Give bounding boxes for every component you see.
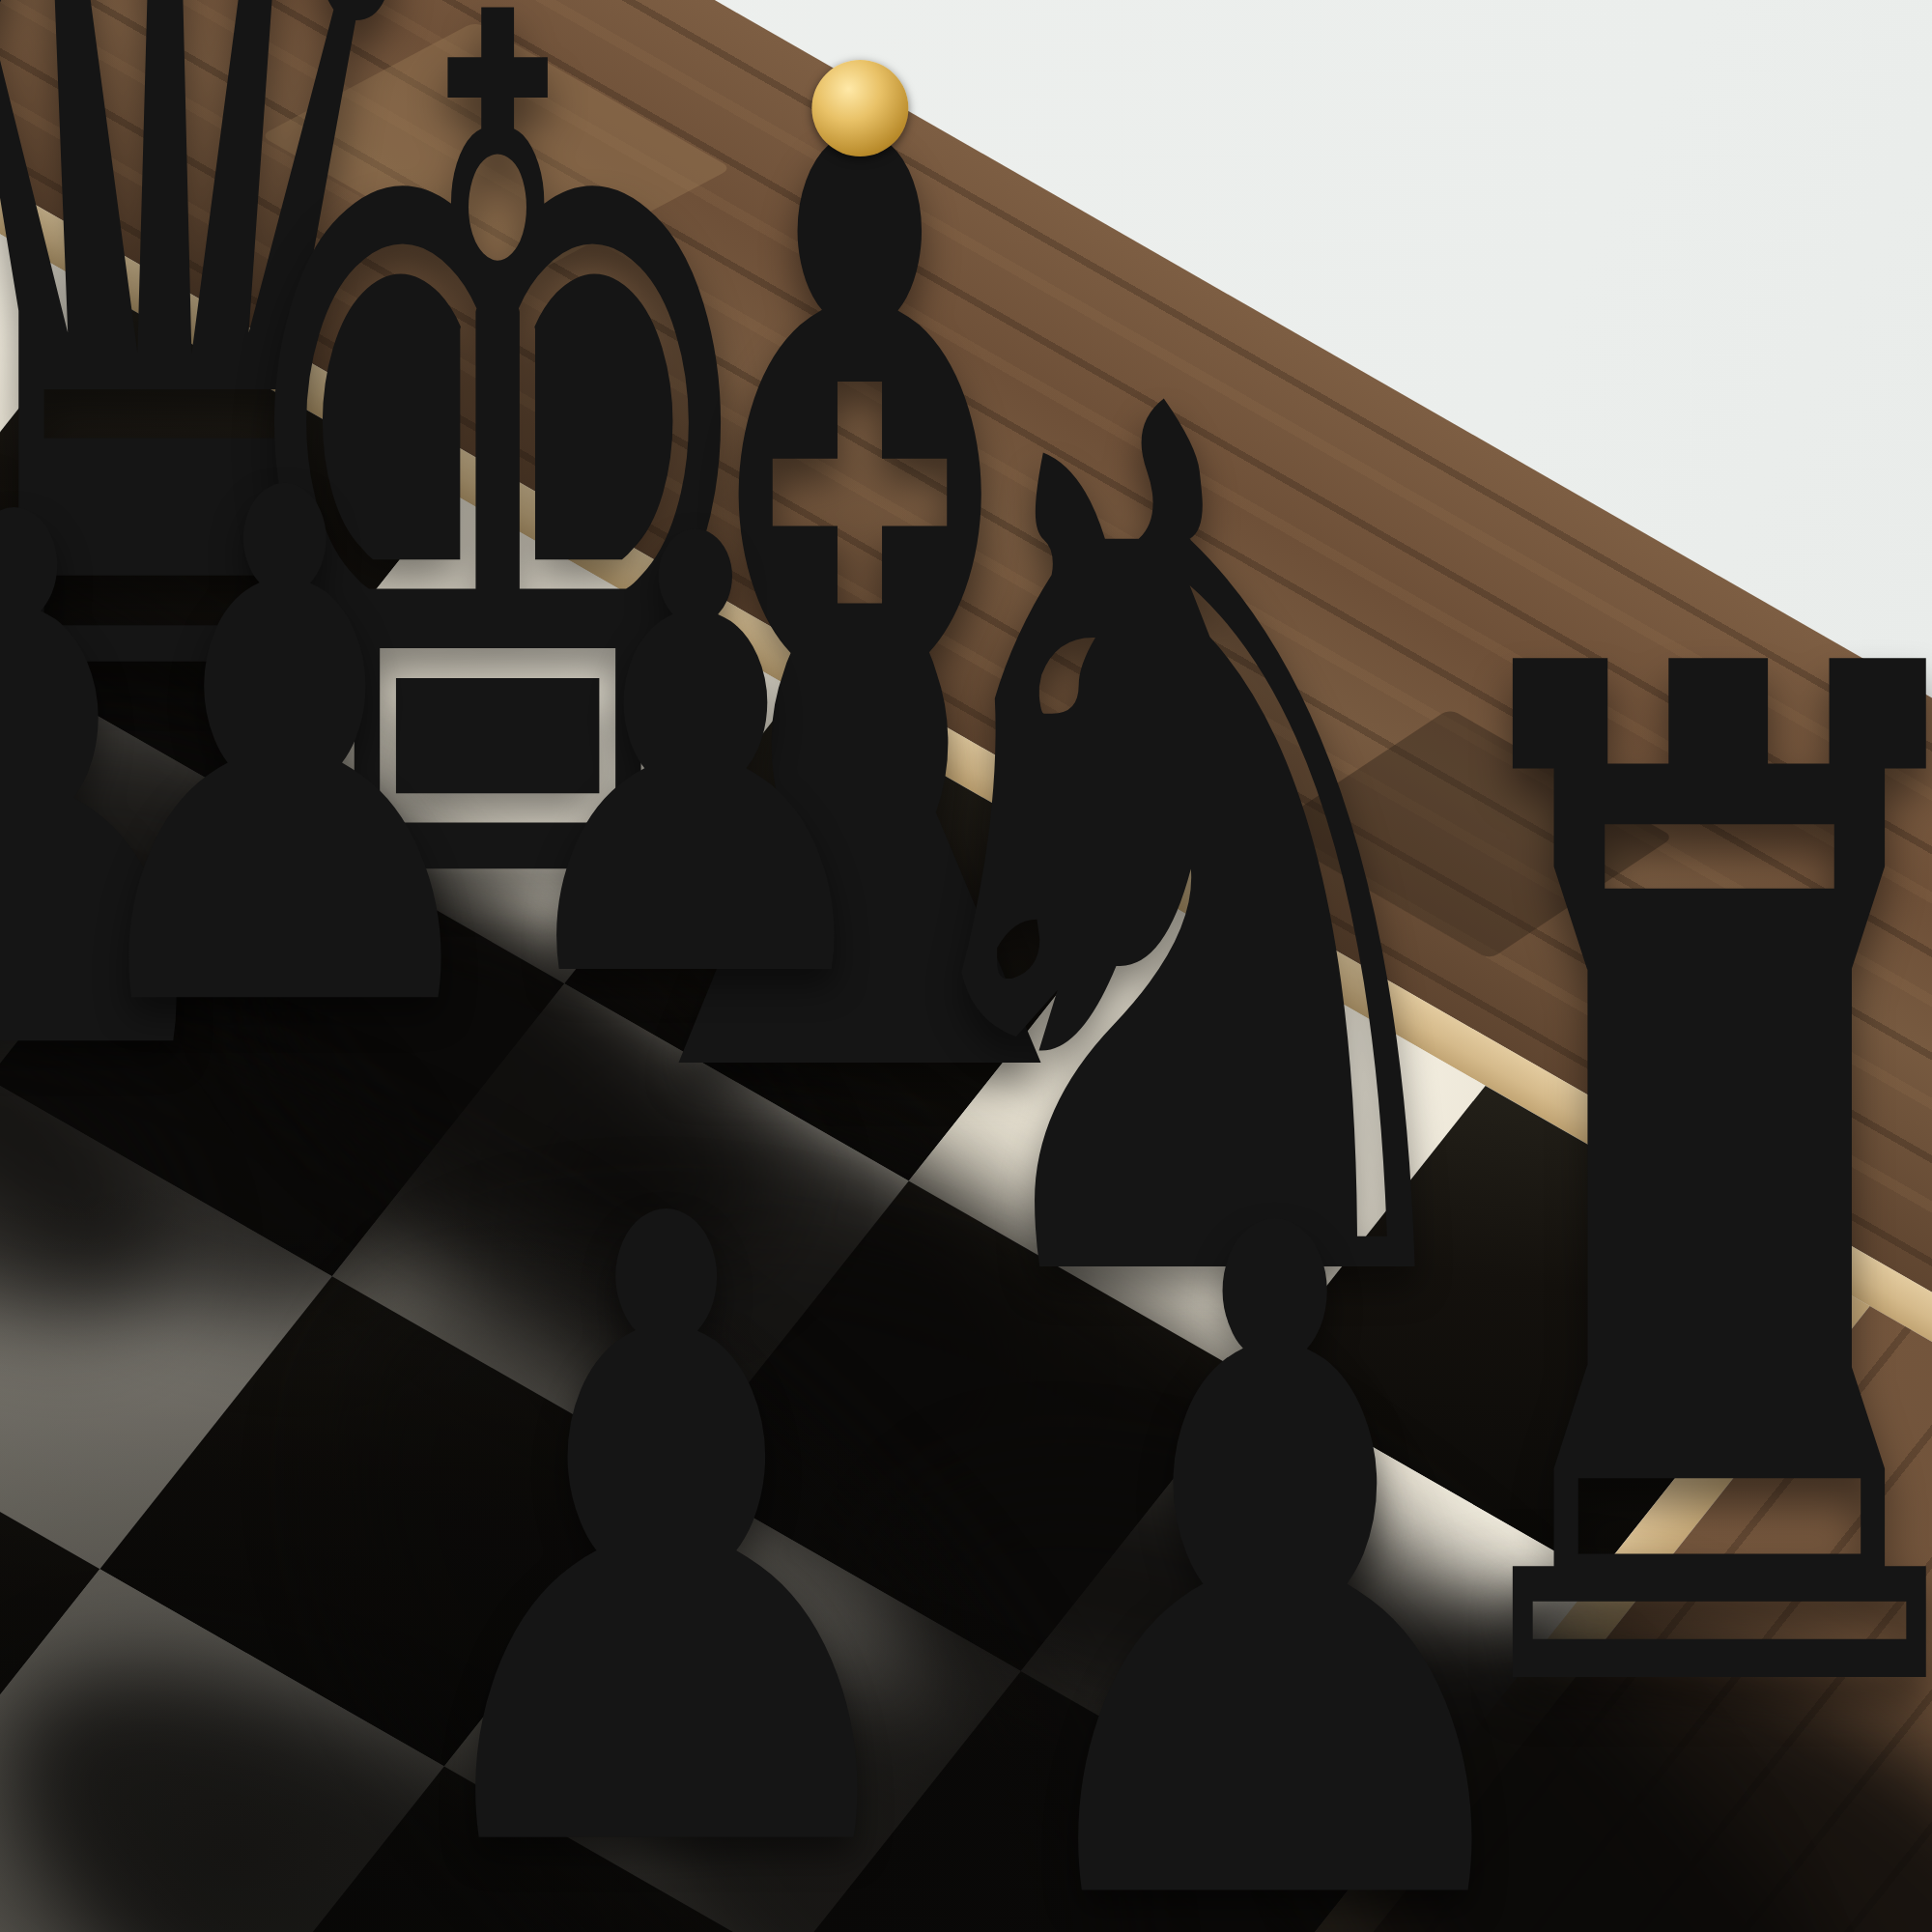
chess-photo-scene: ♛♚♝♞♜♟♟♟♟♟: [0, 0, 1932, 1932]
wood-inlay: [1265, 708, 1674, 959]
wood-inlay: [260, 21, 731, 282]
